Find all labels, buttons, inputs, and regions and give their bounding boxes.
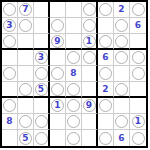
cell-r4c4[interactable] [50,50,66,66]
odd-mark-circle [83,51,96,64]
cell-r4c6[interactable] [82,50,98,66]
cell-r7c7[interactable] [98,98,114,114]
odd-mark-circle [132,3,145,16]
odd-mark-circle [115,115,128,128]
odd-mark-circle [83,19,96,32]
cell-r8c8[interactable] [114,114,130,130]
cell-r9c6[interactable] [82,130,98,146]
cell-r9c4[interactable] [50,130,66,146]
given-digit: 6 [102,53,108,62]
odd-mark-circle [99,132,112,145]
odd-mark-circle [83,3,96,16]
odd-mark-circle [67,51,80,64]
cell-r1c1[interactable] [2,2,18,18]
cell-r7c8[interactable] [114,98,130,114]
cell-r2c5[interactable] [66,18,82,34]
given-digit: 5 [38,85,44,94]
odd-mark-circle [99,99,112,112]
cell-r4c1[interactable] [2,50,18,66]
cell-r6c3[interactable]: 5 [34,82,50,98]
odd-mark-circle: 5 [35,83,48,96]
odd-mark-circle [115,51,128,64]
cell-r6c4[interactable] [50,82,66,98]
odd-mark-circle: 1 [83,35,96,48]
cell-r4c8[interactable] [114,50,130,66]
cell-r8c7[interactable] [98,114,114,130]
cell-r9c2[interactable]: 5 [18,130,34,146]
cell-r1c9[interactable] [130,2,146,18]
given-digit: 2 [102,85,108,94]
cell-r7c6[interactable]: 9 [82,98,98,114]
cell-r8c5[interactable] [66,114,82,130]
odd-mark-circle [115,83,128,96]
given-digit: 9 [86,101,92,110]
odd-mark-circle: 1 [132,115,145,128]
cell-r4c3[interactable]: 3 [34,50,50,66]
odd-mark-circle [67,99,80,112]
cell-r5c6[interactable] [82,66,98,82]
cell-r7c4[interactable]: 1 [50,98,66,114]
cell-r4c7[interactable]: 6 [98,50,114,66]
given-digit: 7 [22,5,28,14]
given-digit: 1 [135,117,141,126]
cell-r2c7[interactable] [98,18,114,34]
cell-r3c3[interactable] [34,34,50,50]
odd-mark-circle: 5 [19,132,32,145]
cell-r5c2[interactable] [18,66,34,82]
cell-r2c1[interactable]: 3 [2,18,18,34]
cell-r6c1[interactable] [2,82,18,98]
cell-r2c3[interactable] [34,18,50,34]
cell-r3c9[interactable] [130,34,146,50]
odd-mark-circle [51,67,64,80]
cell-r1c3[interactable] [34,2,50,18]
cell-r3c4[interactable]: 9 [50,34,66,50]
cell-r6c7[interactable]: 2 [98,82,114,98]
cell-r1c4[interactable] [50,2,66,18]
cell-r1c2[interactable]: 7 [18,2,34,18]
given-digit: 5 [22,134,28,143]
cell-r3c1[interactable] [2,34,18,50]
odd-mark-circle [132,132,145,145]
cell-r8c3[interactable] [34,114,50,130]
cell-r7c5[interactable] [66,98,82,114]
cell-r5c7[interactable] [98,66,114,82]
cell-r4c9[interactable] [130,50,146,66]
given-digit: 6 [118,134,124,143]
odd-mark-circle [132,51,145,64]
odd-mark-circle [3,99,16,112]
cell-r6c5[interactable] [66,82,82,98]
cell-r6c9[interactable] [130,82,146,98]
odd-mark-circle [19,115,32,128]
odd-mark-circle: 3 [35,51,48,64]
given-digit: 6 [135,21,141,30]
cell-r8c9[interactable]: 1 [130,114,146,130]
cell-r7c9[interactable] [130,98,146,114]
cell-r9c1[interactable] [2,130,18,146]
odd-mark-circle [51,19,64,32]
cell-r4c2[interactable] [18,50,34,66]
cell-r2c2[interactable] [18,18,34,34]
cell-r3c5[interactable] [66,34,82,50]
cell-r7c2[interactable] [18,98,34,114]
odd-mark-circle [35,132,48,145]
cell-r3c2[interactable] [18,34,34,50]
cell-r5c8[interactable] [114,66,130,82]
odd-mark-circle: 3 [3,19,16,32]
cell-r9c9[interactable] [130,130,146,146]
odd-mark-circle [3,67,16,80]
given-digit: 1 [86,37,92,46]
cell-r1c5[interactable] [66,2,82,18]
given-digit: 8 [6,117,12,126]
cell-r9c7[interactable] [98,130,114,146]
cell-r6c2[interactable] [18,82,34,98]
odd-mark-circle [67,83,80,96]
odd-mark-circle [99,3,112,16]
cell-r2c4[interactable] [50,18,66,34]
cell-r8c2[interactable] [18,114,34,130]
cell-r3c6[interactable]: 1 [82,34,98,50]
cell-r5c3[interactable] [34,66,50,82]
odd-mark-circle [19,83,32,96]
cell-r9c5[interactable] [66,130,82,146]
cell-r3c8[interactable] [114,34,130,50]
odd-mark-circle [115,19,128,32]
odd-mark-circle [99,67,112,80]
odd-mark-circle [99,35,112,48]
given-digit: 3 [6,21,12,30]
cell-r5c1[interactable] [2,66,18,82]
odd-mark-circle: 9 [83,99,96,112]
cell-r3c7[interactable] [98,34,114,50]
cell-r8c4[interactable] [50,114,66,130]
odd-mark-circle: 9 [51,35,64,48]
cell-r1c8[interactable]: 2 [114,2,130,18]
cell-r5c5[interactable]: 8 [66,66,82,82]
odd-mark-circle: 1 [51,99,64,112]
given-digit: 8 [70,69,76,78]
cell-r2c8[interactable] [114,18,130,34]
cell-r8c6[interactable] [82,114,98,130]
cell-r9c3[interactable] [34,130,50,146]
cell-r6c8[interactable] [114,82,130,98]
given-digit: 3 [38,53,44,62]
odd-mark-circle [132,67,145,80]
odd-mark-circle [3,35,16,48]
given-digit: 9 [54,37,60,46]
odd-mark-circle [35,67,48,80]
odd-mark-circle [67,115,80,128]
cell-r9c8[interactable]: 6 [114,130,130,146]
cell-r4c5[interactable] [66,50,82,66]
given-digit: 1 [54,101,60,110]
given-digit: 2 [118,5,124,14]
cell-r1c7[interactable] [98,2,114,18]
cell-r6c6[interactable] [82,82,98,98]
cell-r7c3[interactable] [34,98,50,114]
cell-r8c1[interactable]: 8 [2,114,18,130]
cell-r2c6[interactable] [82,18,98,34]
odd-mark-circle [3,3,16,16]
cell-r2c9[interactable]: 6 [130,18,146,34]
odd-mark-circle [67,132,80,145]
odd-mark-circle [35,115,48,128]
odd-mark-circle: 7 [19,3,32,16]
odd-mark-circle [115,35,128,48]
cell-r5c4[interactable] [50,66,66,82]
odd-mark-circle [19,19,32,32]
sudoku-board: 72369136852198156 [0,0,148,148]
cell-r5c9[interactable] [130,66,146,82]
cell-r7c1[interactable] [2,98,18,114]
odd-mark-circle [51,83,64,96]
cell-r1c6[interactable] [82,2,98,18]
